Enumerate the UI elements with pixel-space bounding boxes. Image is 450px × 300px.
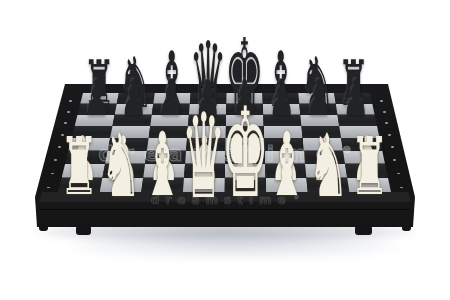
board-foot-front-left-corner	[39, 223, 48, 231]
board-foot-front-right-corner	[402, 223, 411, 231]
piece-white-knight-b1[interactable]: ♞	[100, 122, 141, 209]
piece-white-bishop-c1[interactable]: ♝	[143, 121, 182, 209]
rail-mark-right-4	[391, 146, 394, 148]
rail-mark-left-3	[54, 159, 57, 161]
piece-white-rook-h1[interactable]: ♜	[350, 128, 389, 207]
board-foot-right	[355, 226, 372, 235]
piece-white-bishop-f1[interactable]: ♝	[267, 121, 306, 209]
rail-mark-right-8	[380, 100, 383, 102]
rail-mark-left-7	[67, 111, 70, 113]
rail-mark-left-2	[51, 173, 54, 175]
piece-white-rook-a1[interactable]: ♜	[60, 128, 99, 207]
board-foot-left	[76, 226, 91, 235]
piece-white-king-e1[interactable]: ♚	[221, 93, 269, 217]
rail-mark-right-2	[397, 173, 400, 175]
piece-white-queen-d1[interactable]: ♛	[181, 98, 226, 215]
piece-white-knight-g1[interactable]: ♞	[308, 122, 349, 209]
photo-stage: ♜♞♝♛♚♝♞♜♟♟♟♟♟♟♟♟♟♟♟♟♟♟♟♟♜♞♝♛♚♝♞♜ dreamst…	[0, 0, 450, 300]
rail-mark-right-7	[383, 111, 386, 113]
